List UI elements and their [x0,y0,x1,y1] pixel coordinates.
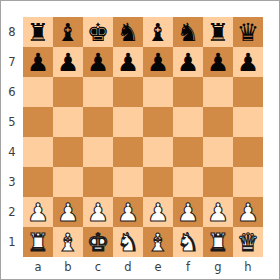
square-h5[interactable] [233,107,263,137]
white-pawn-piece[interactable]: ♟ [237,200,259,225]
square-e6[interactable] [143,77,173,107]
square-g7[interactable]: ♟ [203,47,233,77]
black-bishop-piece[interactable]: ♝ [57,20,79,45]
black-pawn-piece[interactable]: ♟ [117,50,139,75]
square-b3[interactable] [53,167,83,197]
black-queen-piece[interactable]: ♛ [237,20,259,45]
chess-diagram: 87654321 ♜♝♚♞♝♞♜♛♟♟♟♟♟♟♟♟♟♟♟♟♟♟♟♟♜♝♚♞♝♞♜… [0,0,280,280]
square-f2[interactable]: ♟ [173,197,203,227]
file-label-b: b [53,257,83,277]
white-pawn-piece[interactable]: ♟ [57,200,79,225]
white-pawn-piece[interactable]: ♟ [207,200,229,225]
square-d6[interactable] [113,77,143,107]
square-c8[interactable]: ♚ [83,17,113,47]
black-knight-piece[interactable]: ♞ [117,20,139,45]
black-pawn-piece[interactable]: ♟ [207,50,229,75]
rank-label-1: 1 [1,227,23,257]
square-d7[interactable]: ♟ [113,47,143,77]
square-b2[interactable]: ♟ [53,197,83,227]
square-c3[interactable] [83,167,113,197]
square-f6[interactable] [173,77,203,107]
black-bishop-piece[interactable]: ♝ [147,20,169,45]
rank-label-3: 3 [1,167,23,197]
square-b4[interactable] [53,137,83,167]
file-label-c: c [83,257,113,277]
square-d5[interactable] [113,107,143,137]
square-a6[interactable] [23,77,53,107]
square-h4[interactable] [233,137,263,167]
black-rook-piece[interactable]: ♜ [27,20,49,45]
white-pawn-piece[interactable]: ♟ [27,200,49,225]
square-b8[interactable]: ♝ [53,17,83,47]
square-a1[interactable]: ♜ [23,227,53,257]
square-b7[interactable]: ♟ [53,47,83,77]
square-a7[interactable]: ♟ [23,47,53,77]
rank-label-5: 5 [1,107,23,137]
square-c1[interactable]: ♚ [83,227,113,257]
square-e4[interactable] [143,137,173,167]
square-e3[interactable] [143,167,173,197]
black-pawn-piece[interactable]: ♟ [177,50,199,75]
square-b5[interactable] [53,107,83,137]
square-c7[interactable]: ♟ [83,47,113,77]
square-f3[interactable] [173,167,203,197]
white-pawn-piece[interactable]: ♟ [117,200,139,225]
black-knight-piece[interactable]: ♞ [177,20,199,45]
rank-label-6: 6 [1,77,23,107]
white-rook-piece[interactable]: ♜ [27,230,49,255]
white-knight-piece[interactable]: ♞ [177,230,199,255]
file-label-d: d [113,257,143,277]
white-knight-piece[interactable]: ♞ [117,230,139,255]
square-a2[interactable]: ♟ [23,197,53,227]
square-h1[interactable]: ♛ [233,227,263,257]
black-king-piece[interactable]: ♚ [87,20,109,45]
file-label-a: a [23,257,53,277]
black-pawn-piece[interactable]: ♟ [57,50,79,75]
white-bishop-piece[interactable]: ♝ [57,230,79,255]
square-d8[interactable]: ♞ [113,17,143,47]
white-pawn-piece[interactable]: ♟ [147,200,169,225]
rank-label-7: 7 [1,47,23,77]
rank-label-4: 4 [1,137,23,167]
black-rook-piece[interactable]: ♜ [207,20,229,45]
rank-label-2: 2 [1,197,23,227]
square-e8[interactable]: ♝ [143,17,173,47]
square-c2[interactable]: ♟ [83,197,113,227]
white-queen-piece[interactable]: ♛ [237,230,259,255]
white-rook-piece[interactable]: ♜ [207,230,229,255]
square-d3[interactable] [113,167,143,197]
square-f4[interactable] [173,137,203,167]
square-a4[interactable] [23,137,53,167]
square-g6[interactable] [203,77,233,107]
square-g8[interactable]: ♜ [203,17,233,47]
white-king-piece[interactable]: ♚ [87,230,109,255]
square-f5[interactable] [173,107,203,137]
square-g2[interactable]: ♟ [203,197,233,227]
file-label-h: h [233,257,263,277]
square-f1[interactable]: ♞ [173,227,203,257]
square-e2[interactable]: ♟ [143,197,173,227]
square-f8[interactable]: ♞ [173,17,203,47]
square-b1[interactable]: ♝ [53,227,83,257]
white-pawn-piece[interactable]: ♟ [87,200,109,225]
black-pawn-piece[interactable]: ♟ [87,50,109,75]
black-pawn-piece[interactable]: ♟ [27,50,49,75]
chess-board: ♜♝♚♞♝♞♜♛♟♟♟♟♟♟♟♟♟♟♟♟♟♟♟♟♜♝♚♞♝♞♜♛ [23,17,263,257]
square-d1[interactable]: ♞ [113,227,143,257]
white-pawn-piece[interactable]: ♟ [177,200,199,225]
square-h2[interactable]: ♟ [233,197,263,227]
file-labels: abcdefgh [23,257,263,277]
file-label-e: e [143,257,173,277]
square-a5[interactable] [23,107,53,137]
square-c4[interactable] [83,137,113,167]
square-h8[interactable]: ♛ [233,17,263,47]
square-e7[interactable]: ♟ [143,47,173,77]
square-e1[interactable]: ♝ [143,227,173,257]
square-a3[interactable] [23,167,53,197]
square-h6[interactable] [233,77,263,107]
square-d4[interactable] [113,137,143,167]
rank-labels: 87654321 [1,17,23,257]
square-h7[interactable]: ♟ [233,47,263,77]
square-g3[interactable] [203,167,233,197]
file-label-f: f [173,257,203,277]
square-f7[interactable]: ♟ [173,47,203,77]
square-d2[interactable]: ♟ [113,197,143,227]
square-g5[interactable] [203,107,233,137]
square-b6[interactable] [53,77,83,107]
square-c6[interactable] [83,77,113,107]
square-g4[interactable] [203,137,233,167]
white-bishop-piece[interactable]: ♝ [147,230,169,255]
square-g1[interactable]: ♜ [203,227,233,257]
square-h3[interactable] [233,167,263,197]
black-pawn-piece[interactable]: ♟ [147,50,169,75]
file-label-g: g [203,257,233,277]
black-pawn-piece[interactable]: ♟ [237,50,259,75]
square-a8[interactable]: ♜ [23,17,53,47]
square-e5[interactable] [143,107,173,137]
rank-label-8: 8 [1,17,23,47]
square-c5[interactable] [83,107,113,137]
